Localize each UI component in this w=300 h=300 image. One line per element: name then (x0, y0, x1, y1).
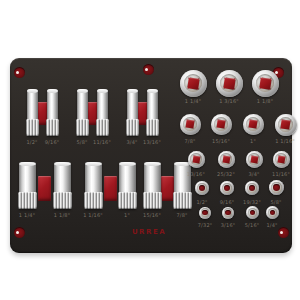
square-drive-hole (187, 77, 199, 89)
deep-socket (119, 162, 136, 209)
socket-face (218, 151, 235, 168)
mounting-hole-bottom-right (278, 227, 289, 238)
mounting-hole-bottom-left (14, 227, 25, 238)
deep-socket (47, 89, 58, 136)
square-drive-hole (248, 119, 257, 128)
size-label: 9/16" (45, 139, 60, 145)
socket-face (188, 151, 205, 168)
socket-face (246, 151, 263, 168)
socket-face (220, 181, 234, 195)
size-label: 7/8" (176, 212, 187, 218)
socket-face (243, 114, 264, 135)
square-drive-hole (259, 77, 271, 89)
size-label: 15/16" (212, 138, 230, 144)
socket-face (275, 114, 297, 136)
size-label: 3/16" (221, 222, 236, 228)
socket-tray: 1/2" 9/16" 5/8" 11/16" 3/4" 13/16" 1 1/4… (10, 58, 292, 253)
square-drive-hole (281, 120, 291, 130)
square-drive-hole (185, 119, 194, 128)
socket-face (180, 70, 207, 97)
square-drive-hole (277, 155, 285, 163)
size-label: 13/16" (143, 139, 161, 145)
deep-socket (127, 89, 138, 136)
size-label: 1" (124, 212, 130, 218)
deep-socket (174, 162, 191, 209)
deep-socket (147, 89, 158, 136)
size-label: 11/16" (93, 139, 111, 145)
size-label: 25/32" (217, 171, 235, 177)
socket-face (216, 70, 243, 97)
round-drive-hole (225, 210, 231, 216)
deep-socket (97, 89, 108, 136)
deep-socket (27, 89, 38, 136)
deep-socket (77, 89, 88, 136)
round-drive-hole (202, 210, 208, 216)
red-spacer (38, 176, 51, 201)
size-label: 5/8" (76, 139, 87, 145)
socket-face (266, 206, 279, 219)
socket-face (245, 181, 259, 195)
size-label: 3/4" (248, 171, 259, 177)
socket-face (246, 206, 259, 219)
size-label: 15/16" (143, 212, 161, 218)
size-label: 5/16" (245, 222, 260, 228)
square-drive-hole (222, 155, 230, 163)
socket-face (199, 207, 211, 219)
socket-face (269, 180, 284, 195)
product-photo: 1/2" 9/16" 5/8" 11/16" 3/4" 13/16" 1 1/4… (0, 0, 300, 300)
deep-socket (54, 162, 71, 209)
size-label: 3/4" (126, 139, 137, 145)
square-drive-hole (223, 77, 235, 89)
round-drive-hole (273, 184, 280, 191)
size-label: 7/32" (198, 222, 213, 228)
size-label: 1/4" (266, 222, 277, 228)
size-label: 1 1/4" (19, 212, 35, 218)
size-label: 7/8" (184, 138, 195, 144)
size-label: 5/8" (270, 199, 281, 205)
round-drive-hole (250, 210, 256, 216)
square-drive-hole (192, 155, 200, 163)
mounting-hole-top-center (143, 64, 154, 75)
red-spacer (161, 176, 174, 201)
deep-socket (85, 162, 102, 209)
size-label: 1 1/8" (54, 212, 70, 218)
brand-text: URREA (132, 228, 166, 236)
round-drive-hole (224, 185, 230, 191)
socket-face (252, 70, 279, 97)
socket-face (195, 181, 209, 195)
socket-face (273, 151, 290, 168)
deep-socket (19, 162, 36, 209)
deep-socket (144, 162, 161, 209)
size-label: 1 1/16" (275, 138, 295, 144)
socket-face (180, 114, 201, 135)
round-drive-hole (249, 185, 255, 191)
size-label: 19/32" (243, 199, 261, 205)
round-drive-hole (199, 185, 205, 191)
size-label: 1/2" (26, 139, 37, 145)
size-label: 1 1/8" (257, 98, 273, 104)
size-label: 13/16" (187, 171, 205, 177)
round-drive-hole (270, 210, 276, 216)
size-label: 9/16" (220, 199, 235, 205)
socket-face (211, 114, 232, 135)
red-spacer (104, 176, 117, 201)
mounting-hole-top-left (14, 67, 25, 78)
size-label: 11/16" (272, 171, 290, 177)
size-label: 1" (250, 138, 256, 144)
square-drive-hole (216, 119, 225, 128)
size-label: 1 1/16" (83, 212, 103, 218)
square-drive-hole (250, 155, 258, 163)
size-label: 1 3/16" (219, 98, 239, 104)
size-label: 1/2" (196, 199, 207, 205)
socket-face (222, 207, 234, 219)
size-label: 1 1/4" (185, 98, 201, 104)
